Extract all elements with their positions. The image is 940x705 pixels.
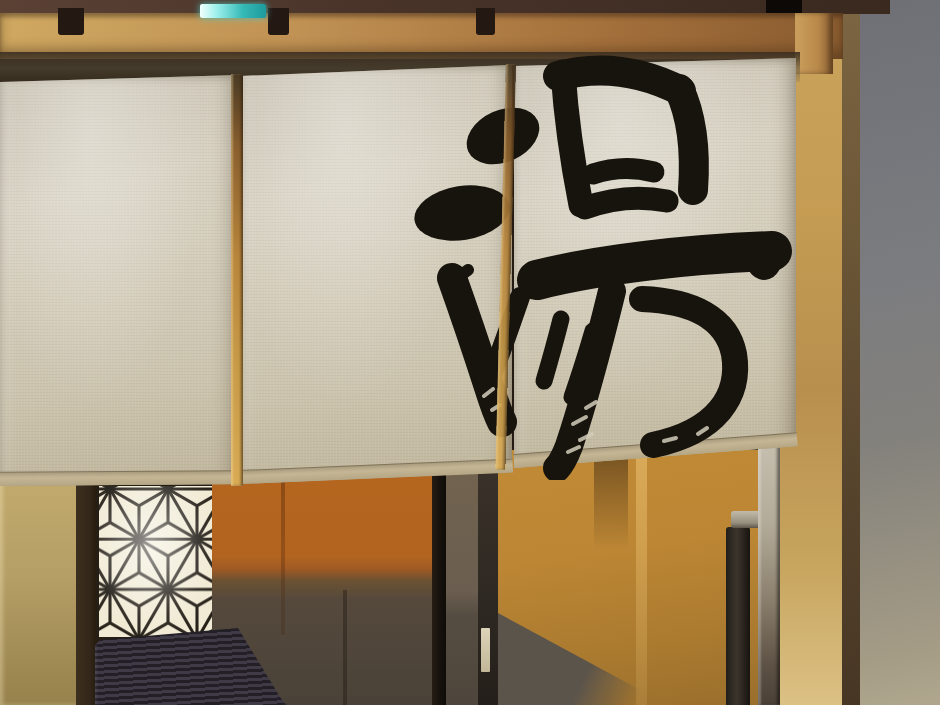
indicator-light	[200, 4, 266, 18]
lintel-end-cap	[795, 13, 833, 74]
lintel-notch-1	[58, 8, 84, 35]
panel-seam-rod-left	[231, 74, 243, 486]
wall-fold-line	[281, 470, 285, 635]
bath-entrance-photo: Entrance to a Japanese bath: a three-pan…	[0, 0, 940, 705]
lintel-notch-2	[268, 8, 289, 35]
door-handle-bar	[726, 527, 750, 705]
doorway-column	[446, 468, 480, 705]
asanoha-pattern	[96, 483, 216, 641]
wall-fold-line-2	[343, 590, 347, 705]
kanji-yu-calligraphy	[400, 40, 800, 480]
right-gray-wall	[854, 0, 940, 705]
noren-panel-left	[0, 70, 237, 486]
left-side-wall	[0, 468, 78, 705]
ceiling-beam	[0, 0, 890, 14]
lintel-notch-3	[476, 8, 495, 35]
asanoha-lattice-panel	[96, 483, 216, 641]
switch-plate	[481, 628, 490, 672]
noren-hem-left	[0, 470, 238, 486]
lit-wall-edge	[636, 455, 647, 705]
door-pole	[758, 446, 780, 705]
